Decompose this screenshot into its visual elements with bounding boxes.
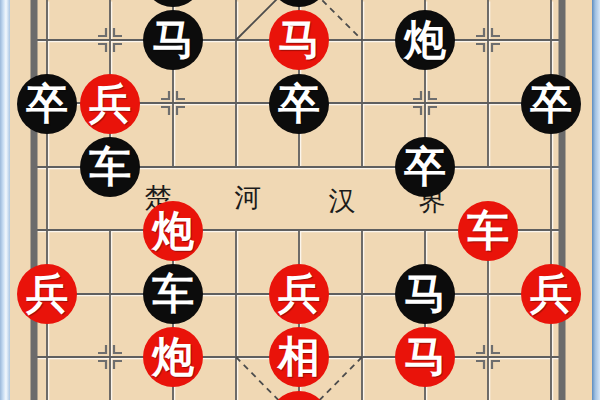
piece-label: 马: [404, 336, 446, 378]
red-soldier[interactable]: 兵: [521, 264, 581, 324]
piece-label: 卒: [278, 83, 320, 125]
red-horse[interactable]: 马: [269, 10, 329, 70]
pieces-layer: 马马炮卒兵卒卒车卒炮车兵车兵马兵炮相马: [16, 0, 583, 400]
piece-label: 马: [404, 273, 446, 315]
cropped-black-piece[interactable]: [143, 0, 203, 7]
window-frame-right: [592, 0, 600, 400]
piece-label: 车: [467, 210, 509, 252]
black-soldier[interactable]: 卒: [395, 137, 455, 197]
black-soldier[interactable]: 卒: [17, 74, 77, 134]
red-soldier[interactable]: 兵: [80, 74, 140, 134]
red-elephant[interactable]: 相: [269, 327, 329, 387]
black-chariot[interactable]: 车: [143, 264, 203, 324]
cropped-black-piece[interactable]: [269, 0, 329, 7]
piece-label: 兵: [26, 273, 68, 315]
black-horse[interactable]: 马: [143, 10, 203, 70]
black-soldier[interactable]: 卒: [269, 74, 329, 134]
black-horse[interactable]: 马: [395, 264, 455, 324]
piece-label: 炮: [152, 336, 194, 378]
black-chariot[interactable]: 车: [80, 137, 140, 197]
xiangqi-board: 楚 河 汉 界 马马炮卒兵卒卒车卒炮车兵车兵马兵炮相马: [0, 0, 600, 400]
piece-label: 兵: [530, 273, 572, 315]
piece-label: 卒: [26, 83, 68, 125]
piece-label: 车: [89, 146, 131, 188]
red-cannon[interactable]: 炮: [143, 327, 203, 387]
piece-label: 相: [278, 336, 320, 378]
black-soldier[interactable]: 卒: [521, 74, 581, 134]
piece-label: 卒: [404, 146, 446, 188]
red-soldier[interactable]: 兵: [17, 264, 77, 324]
cropped-red-piece[interactable]: [269, 391, 329, 400]
piece-label: 兵: [89, 83, 131, 125]
piece-label: 马: [152, 19, 194, 61]
piece-label: 车: [152, 273, 194, 315]
piece-label: 炮: [404, 19, 446, 61]
piece-label: 兵: [278, 273, 320, 315]
black-cannon[interactable]: 炮: [395, 10, 455, 70]
red-soldier[interactable]: 兵: [269, 264, 329, 324]
red-chariot[interactable]: 车: [458, 201, 518, 261]
piece-label: 马: [278, 19, 320, 61]
piece-label: 炮: [152, 210, 194, 252]
window-frame-left: [0, 0, 10, 400]
red-horse[interactable]: 马: [395, 327, 455, 387]
piece-label: 卒: [530, 83, 572, 125]
red-cannon[interactable]: 炮: [143, 201, 203, 261]
